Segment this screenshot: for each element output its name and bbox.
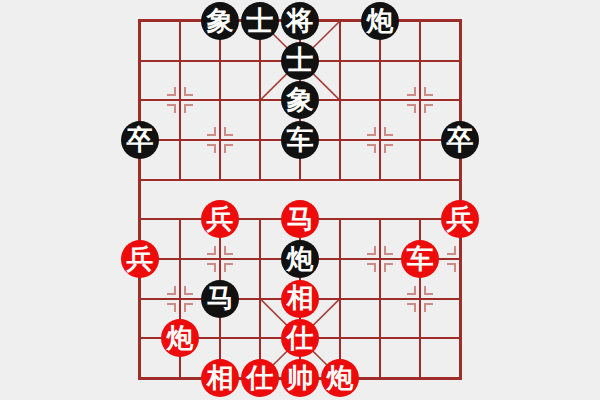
point-marker [407,87,416,96]
point-marker [224,246,233,255]
xiangqi-board: 象士将炮士象卒车卒兵马兵兵炮车马相炮仕相仕帅炮 [0,0,600,400]
point-marker [184,286,193,295]
point-marker [224,144,233,153]
piece-black-general[interactable]: 将 [281,2,319,40]
point-marker [184,87,193,96]
point-marker [167,286,176,295]
piece-black-cannon[interactable]: 炮 [281,240,319,278]
piece-black-cannon[interactable]: 炮 [361,2,399,40]
point-marker [167,104,176,113]
piece-black-advisor[interactable]: 士 [281,42,319,80]
point-marker [367,246,376,255]
piece-red-chariot[interactable]: 车 [401,240,439,278]
piece-red-soldier[interactable]: 兵 [121,240,159,278]
point-marker [407,303,416,312]
point-marker [207,144,216,153]
point-marker [167,87,176,96]
piece-black-chariot[interactable]: 车 [281,121,319,159]
point-marker [367,263,376,272]
piece-black-soldier[interactable]: 卒 [121,121,159,159]
piece-red-elephant[interactable]: 相 [201,359,239,397]
point-marker [207,246,216,255]
point-marker [424,286,433,295]
point-marker [367,127,376,136]
point-marker [224,263,233,272]
piece-red-cannon[interactable]: 炮 [321,359,359,397]
piece-red-advisor[interactable]: 仕 [281,319,319,357]
point-marker [207,263,216,272]
point-marker [424,87,433,96]
piece-red-soldier[interactable]: 兵 [441,200,479,238]
point-marker [167,303,176,312]
piece-black-elephant[interactable]: 象 [281,81,319,119]
point-marker [407,286,416,295]
point-marker [384,144,393,153]
point-marker [184,303,193,312]
point-marker [407,104,416,113]
point-marker [424,104,433,113]
piece-black-soldier[interactable]: 卒 [441,121,479,159]
piece-red-general[interactable]: 帅 [281,359,319,397]
point-marker [207,127,216,136]
point-marker [447,263,456,272]
piece-red-horse[interactable]: 马 [281,200,319,238]
point-marker [224,127,233,136]
piece-black-advisor[interactable]: 士 [241,2,279,40]
point-marker [447,246,456,255]
piece-red-soldier[interactable]: 兵 [201,200,239,238]
piece-red-elephant[interactable]: 相 [281,280,319,318]
point-marker [384,127,393,136]
point-marker [384,246,393,255]
piece-red-advisor[interactable]: 仕 [241,359,279,397]
point-marker [184,104,193,113]
point-marker [424,303,433,312]
piece-black-horse[interactable]: 马 [201,280,239,318]
point-marker [384,263,393,272]
piece-black-elephant[interactable]: 象 [201,2,239,40]
piece-red-cannon[interactable]: 炮 [161,319,199,357]
point-marker [367,144,376,153]
